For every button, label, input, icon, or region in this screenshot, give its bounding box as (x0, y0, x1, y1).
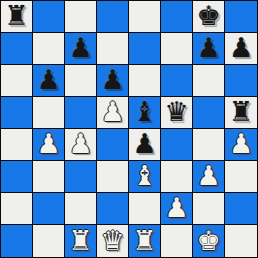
square-d2[interactable] (97, 193, 129, 225)
square-g8[interactable]: ♚ (193, 1, 225, 33)
piece-white-pawn[interactable]: ♟ (229, 130, 253, 157)
square-d6[interactable]: ♟ (97, 65, 129, 97)
square-f1[interactable] (161, 225, 193, 257)
square-f2[interactable]: ♟ (161, 193, 193, 225)
piece-white-pawn[interactable]: ♟ (36, 130, 60, 157)
square-e4[interactable]: ♟ (129, 129, 161, 161)
piece-black-pawn[interactable]: ♟ (196, 34, 220, 61)
square-g7[interactable]: ♟ (193, 33, 225, 65)
square-d7[interactable] (97, 33, 129, 65)
square-a8[interactable]: ♜ (1, 1, 33, 33)
square-h2[interactable] (225, 193, 257, 225)
piece-black-rook[interactable]: ♜ (229, 98, 253, 125)
square-a1[interactable] (1, 225, 33, 257)
square-a5[interactable] (1, 97, 33, 129)
square-h8[interactable] (225, 1, 257, 33)
square-f7[interactable] (161, 33, 193, 65)
square-a7[interactable] (1, 33, 33, 65)
piece-white-pawn[interactable]: ♟ (164, 194, 188, 221)
piece-black-pawn[interactable]: ♟ (68, 34, 92, 61)
piece-black-queen[interactable]: ♛ (164, 98, 188, 125)
square-h5[interactable]: ♜ (225, 97, 257, 129)
square-e6[interactable] (129, 65, 161, 97)
square-a4[interactable] (1, 129, 33, 161)
square-e5[interactable]: ♝ (129, 97, 161, 129)
square-g2[interactable] (193, 193, 225, 225)
piece-white-pawn[interactable]: ♟ (100, 98, 124, 125)
square-c2[interactable] (65, 193, 97, 225)
square-a3[interactable] (1, 161, 33, 193)
square-g1[interactable]: ♚ (193, 225, 225, 257)
square-c5[interactable] (65, 97, 97, 129)
square-g4[interactable] (193, 129, 225, 161)
square-g3[interactable]: ♟ (193, 161, 225, 193)
piece-black-pawn[interactable]: ♟ (132, 130, 156, 157)
square-g6[interactable] (193, 65, 225, 97)
square-b4[interactable]: ♟ (33, 129, 65, 161)
square-f3[interactable] (161, 161, 193, 193)
square-c8[interactable] (65, 1, 97, 33)
piece-black-pawn[interactable]: ♟ (36, 66, 60, 93)
square-c4[interactable]: ♟ (65, 129, 97, 161)
square-h3[interactable] (225, 161, 257, 193)
square-b5[interactable] (33, 97, 65, 129)
square-e7[interactable] (129, 33, 161, 65)
square-d1[interactable]: ♛ (97, 225, 129, 257)
chess-board: ♜♚♟♟♟♟♟♟♝♛♜♟♟♟♟♝♟♟♜♛♜♚ (0, 0, 258, 258)
square-h6[interactable] (225, 65, 257, 97)
piece-white-rook[interactable]: ♜ (68, 227, 92, 254)
piece-black-bishop[interactable]: ♝ (132, 98, 156, 125)
piece-white-queen[interactable]: ♛ (100, 227, 124, 254)
square-a2[interactable] (1, 193, 33, 225)
square-f4[interactable] (161, 129, 193, 161)
square-e2[interactable] (129, 193, 161, 225)
square-d3[interactable] (97, 161, 129, 193)
square-d4[interactable] (97, 129, 129, 161)
piece-black-pawn[interactable]: ♟ (100, 66, 124, 93)
square-c1[interactable]: ♜ (65, 225, 97, 257)
square-c6[interactable] (65, 65, 97, 97)
piece-white-pawn[interactable]: ♟ (68, 130, 92, 157)
square-b6[interactable]: ♟ (33, 65, 65, 97)
square-f6[interactable] (161, 65, 193, 97)
piece-white-pawn[interactable]: ♟ (196, 162, 220, 189)
square-b3[interactable] (33, 161, 65, 193)
square-e1[interactable]: ♜ (129, 225, 161, 257)
square-e8[interactable] (129, 1, 161, 33)
piece-black-rook[interactable]: ♜ (4, 2, 28, 29)
square-f8[interactable] (161, 1, 193, 33)
square-d5[interactable]: ♟ (97, 97, 129, 129)
square-b2[interactable] (33, 193, 65, 225)
square-g5[interactable] (193, 97, 225, 129)
piece-white-king[interactable]: ♚ (196, 227, 220, 254)
square-d8[interactable] (97, 1, 129, 33)
square-f5[interactable]: ♛ (161, 97, 193, 129)
piece-black-pawn[interactable]: ♟ (229, 34, 253, 61)
square-e3[interactable]: ♝ (129, 161, 161, 193)
square-b1[interactable] (33, 225, 65, 257)
square-a6[interactable] (1, 65, 33, 97)
square-b7[interactable] (33, 33, 65, 65)
square-c3[interactable] (65, 161, 97, 193)
piece-white-bishop[interactable]: ♝ (132, 162, 156, 189)
square-h1[interactable] (225, 225, 257, 257)
piece-white-rook[interactable]: ♜ (132, 227, 156, 254)
piece-black-king[interactable]: ♚ (196, 2, 220, 29)
square-h4[interactable]: ♟ (225, 129, 257, 161)
square-c7[interactable]: ♟ (65, 33, 97, 65)
square-b8[interactable] (33, 1, 65, 33)
square-h7[interactable]: ♟ (225, 33, 257, 65)
